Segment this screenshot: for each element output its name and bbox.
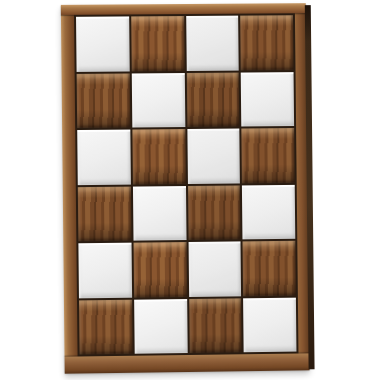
board-cell-a4 bbox=[77, 130, 130, 185]
board-cell-a3 bbox=[78, 186, 131, 241]
board-cell-d5 bbox=[241, 72, 294, 127]
board-cell-b3 bbox=[133, 186, 186, 241]
board-cell-d3 bbox=[242, 184, 295, 239]
board-cell-a5 bbox=[77, 73, 130, 128]
product-photo bbox=[0, 0, 380, 380]
board-cell-a2 bbox=[78, 243, 131, 298]
board-cell-c2 bbox=[188, 241, 241, 296]
board-cell-a6 bbox=[76, 16, 129, 71]
board-grid bbox=[74, 13, 298, 356]
board-cell-d4 bbox=[242, 128, 295, 183]
board-cell-b4 bbox=[132, 129, 185, 184]
board-cell-c5 bbox=[186, 72, 239, 127]
frame-bottom-rail bbox=[65, 353, 310, 373]
board-cell-d2 bbox=[243, 241, 296, 296]
board-cell-d1 bbox=[243, 297, 296, 352]
board-cell-b5 bbox=[132, 73, 185, 128]
board-cell-c3 bbox=[187, 185, 240, 240]
board-cell-b2 bbox=[133, 242, 186, 297]
board-cell-c6 bbox=[186, 16, 239, 71]
board-cell-d6 bbox=[240, 15, 293, 70]
checkerboard-panel bbox=[61, 3, 315, 374]
board-cell-c4 bbox=[187, 129, 240, 184]
board-cell-b6 bbox=[131, 16, 184, 71]
board-cell-b1 bbox=[134, 299, 187, 354]
board-cell-c1 bbox=[189, 298, 242, 353]
board-cell-a1 bbox=[79, 299, 132, 354]
panel-frame bbox=[61, 3, 310, 374]
